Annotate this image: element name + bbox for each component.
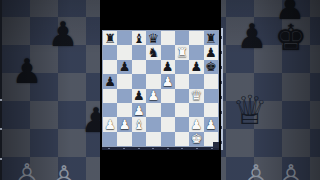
square-b5[interactable]	[117, 74, 131, 88]
square-h7[interactable]: ♟	[204, 45, 218, 59]
square-e6[interactable]: ♟	[161, 60, 175, 74]
piece-white-pawn: ♟	[205, 118, 217, 131]
square-d7[interactable]: ♞	[146, 45, 160, 59]
square-f6[interactable]	[175, 60, 189, 74]
piece-black-pawn: ♟	[119, 60, 131, 73]
square-b8[interactable]	[117, 31, 131, 45]
square-f8[interactable]	[175, 31, 189, 45]
square-h3[interactable]	[204, 103, 218, 117]
square-d2[interactable]	[146, 117, 160, 131]
square-b7[interactable]	[117, 45, 131, 59]
piece-white-pawn: ♟	[147, 89, 159, 102]
piece-white-king: ♚	[191, 132, 203, 145]
piece-black-pawn: ♟	[191, 60, 203, 73]
piece-black-king: ♚	[205, 60, 217, 73]
square-b2[interactable]: ♟	[117, 117, 131, 131]
square-e3[interactable]	[161, 103, 175, 117]
square-e1[interactable]	[161, 132, 175, 146]
square-e7[interactable]	[161, 45, 175, 59]
square-a8[interactable]: ♜	[103, 31, 117, 45]
square-h6[interactable]: ♚	[204, 60, 218, 74]
square-f5[interactable]	[175, 74, 189, 88]
square-d4[interactable]: ♟	[146, 89, 160, 103]
board-corner-marker	[213, 142, 219, 148]
square-h2[interactable]: ♟	[204, 117, 218, 131]
square-a3[interactable]	[103, 103, 117, 117]
square-h4[interactable]	[204, 89, 218, 103]
square-g5[interactable]	[189, 74, 203, 88]
square-c4[interactable]: ♟	[132, 89, 146, 103]
square-d1[interactable]	[146, 132, 160, 146]
square-a1[interactable]	[103, 132, 117, 146]
square-b4[interactable]	[117, 89, 131, 103]
square-c3[interactable]: ♟	[132, 103, 146, 117]
square-f3[interactable]	[175, 103, 189, 117]
square-e5[interactable]: ♟	[161, 74, 175, 88]
square-e8[interactable]	[161, 31, 175, 45]
square-d5[interactable]	[146, 74, 160, 88]
chess-board: ♜♝♛♜♞♜♟♟♟♟♚♟♟♟♟♛♟♟♟♝♟♟♚	[102, 30, 219, 147]
piece-black-pawn: ♟	[104, 75, 116, 88]
square-d8[interactable]: ♛	[146, 31, 160, 45]
piece-white-pawn: ♟	[162, 75, 174, 88]
square-g1[interactable]: ♚	[189, 132, 203, 146]
video-letterbox-column: ♜♝♛♜♞♜♟♟♟♟♚♟♟♟♟♛♟♟♟♝♟♟♚	[100, 0, 221, 180]
square-c5[interactable]	[132, 74, 146, 88]
square-g8[interactable]	[189, 31, 203, 45]
square-h8[interactable]: ♜	[204, 31, 218, 45]
square-g7[interactable]	[189, 45, 203, 59]
piece-white-pawn: ♟	[133, 104, 145, 117]
square-f2[interactable]	[175, 117, 189, 131]
square-b1[interactable]	[117, 132, 131, 146]
square-e2[interactable]	[161, 117, 175, 131]
square-f1[interactable]	[175, 132, 189, 146]
square-a5[interactable]: ♟	[103, 74, 117, 88]
piece-white-bishop: ♝	[133, 118, 145, 131]
square-e4[interactable]	[161, 89, 175, 103]
square-d3[interactable]	[146, 103, 160, 117]
piece-white-pawn: ♟	[119, 118, 131, 131]
square-f7[interactable]: ♜	[175, 45, 189, 59]
piece-white-queen: ♛	[191, 89, 203, 102]
piece-black-rook: ♜	[205, 32, 217, 45]
square-f4[interactable]	[175, 89, 189, 103]
video-frame: ♟♟♟♙♙♟♟♚♕♙♙ ♜♝♛♜♞♜♟♟♟♟♚♟♟♟♟♛♟♟♟♝♟♟♚	[0, 0, 320, 180]
left-edge-strip	[0, 0, 2, 180]
square-g2[interactable]: ♟	[189, 117, 203, 131]
square-b6[interactable]: ♟	[117, 60, 131, 74]
square-c8[interactable]: ♝	[132, 31, 146, 45]
square-a2[interactable]: ♟	[103, 117, 117, 131]
square-c6[interactable]	[132, 60, 146, 74]
square-c2[interactable]: ♝	[132, 117, 146, 131]
square-g4[interactable]: ♛	[189, 89, 203, 103]
board-file-coordinates-strip	[102, 147, 219, 150]
square-h5[interactable]	[204, 74, 218, 88]
square-a6[interactable]	[103, 60, 117, 74]
square-d6[interactable]	[146, 60, 160, 74]
square-b3[interactable]	[117, 103, 131, 117]
square-g3[interactable]	[189, 103, 203, 117]
square-g6[interactable]: ♟	[189, 60, 203, 74]
piece-white-pawn: ♟	[104, 118, 116, 131]
square-c7[interactable]	[132, 45, 146, 59]
square-a4[interactable]	[103, 89, 117, 103]
piece-black-queen: ♛	[147, 32, 159, 45]
square-c1[interactable]	[132, 132, 146, 146]
piece-black-pawn: ♟	[205, 46, 217, 59]
square-a7[interactable]	[103, 45, 117, 59]
piece-black-rook: ♜	[104, 32, 116, 45]
piece-black-pawn: ♟	[133, 89, 145, 102]
piece-black-knight: ♞	[147, 46, 159, 59]
piece-white-pawn: ♟	[191, 118, 203, 131]
piece-black-pawn: ♟	[162, 60, 174, 73]
piece-black-bishop: ♝	[133, 32, 145, 45]
piece-white-rook: ♜	[176, 46, 188, 59]
